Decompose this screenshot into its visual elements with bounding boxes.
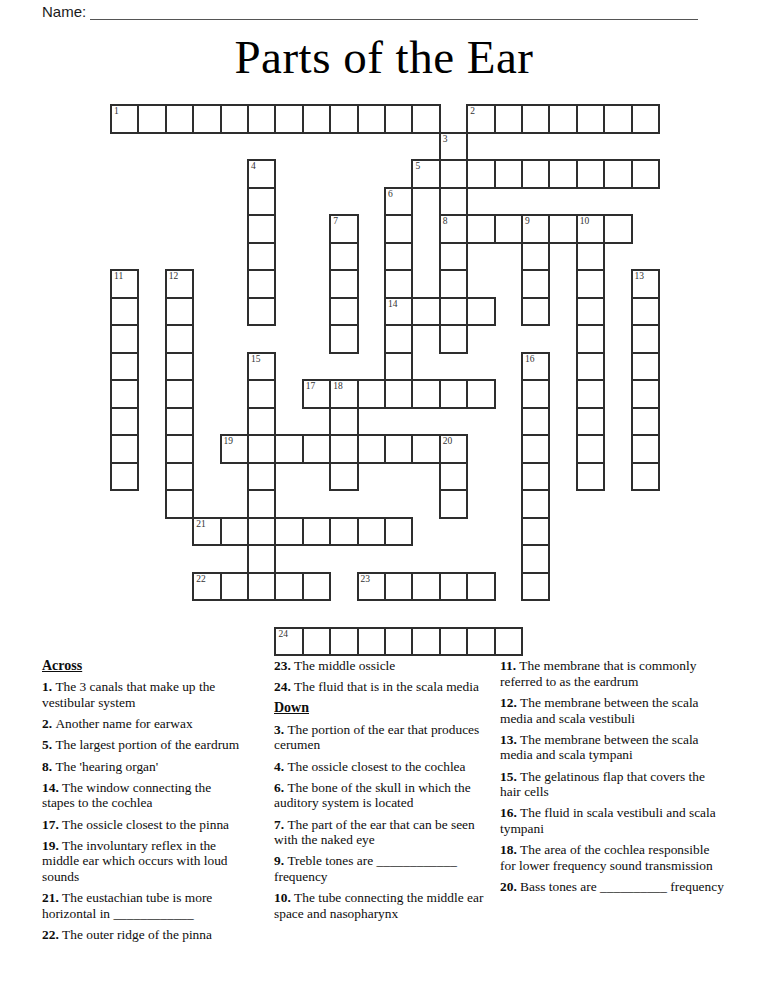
clue-across-22: 22. The outer ridge of the pinna bbox=[42, 927, 246, 943]
grid-cell-r0c14[interactable] bbox=[494, 104, 523, 134]
grid-cell-r9c10[interactable] bbox=[384, 352, 413, 382]
grid-cell-r11c19[interactable] bbox=[631, 407, 660, 437]
grid-cell-r11c0[interactable] bbox=[110, 407, 139, 437]
grid-cell-r14c5[interactable] bbox=[247, 489, 276, 519]
grid-cell-r12c15[interactable] bbox=[521, 434, 550, 464]
grid-cell-r0c18[interactable] bbox=[603, 104, 632, 134]
grid-cell-r17c15[interactable] bbox=[521, 572, 550, 602]
clue-down-10: 10. The tube connecting the middle ear s… bbox=[274, 890, 486, 921]
grid-cell-r13c0[interactable] bbox=[110, 462, 139, 492]
grid-cell-r10c5[interactable] bbox=[247, 379, 276, 409]
grid-cell-r11c8[interactable] bbox=[329, 407, 358, 437]
grid-cell-r2c11[interactable]: 5 bbox=[411, 159, 440, 189]
grid-cell-r7c13[interactable] bbox=[466, 297, 495, 327]
grid-cell-r2c12[interactable] bbox=[439, 159, 468, 189]
grid-cell-r5c15[interactable] bbox=[521, 242, 550, 272]
grid-cell-r8c17[interactable] bbox=[576, 324, 605, 354]
cell-number-4: 4 bbox=[251, 161, 256, 171]
grid-cell-r17c9[interactable]: 23 bbox=[357, 572, 386, 602]
grid-cell-r12c5[interactable] bbox=[247, 434, 276, 464]
clue-across-19: 19. The involuntary reflex in the middle… bbox=[42, 838, 246, 885]
grid-cell-r4c8[interactable]: 7 bbox=[329, 214, 358, 244]
clue-number: 7. bbox=[274, 817, 287, 832]
clue-across-24: 24. The fluid that is in the scala media bbox=[274, 679, 486, 695]
grid-cell-r6c0[interactable]: 11 bbox=[110, 269, 139, 299]
grid-cell-r13c15[interactable] bbox=[521, 462, 550, 492]
grid-cell-r12c17[interactable] bbox=[576, 434, 605, 464]
grid-cell-r7c11[interactable] bbox=[411, 297, 440, 327]
clue-number: 1. bbox=[42, 679, 55, 694]
grid-cell-r0c16[interactable] bbox=[548, 104, 577, 134]
grid-cell-r8c10[interactable] bbox=[384, 324, 413, 354]
grid-cell-r6c17[interactable] bbox=[576, 269, 605, 299]
cell-number-9: 9 bbox=[525, 216, 530, 226]
grid-cell-r10c2[interactable] bbox=[165, 379, 194, 409]
grid-cell-r6c8[interactable] bbox=[329, 269, 358, 299]
grid-cell-r10c10[interactable] bbox=[384, 379, 413, 409]
grid-cell-r12c8[interactable] bbox=[329, 434, 358, 464]
grid-cell-r17c10[interactable] bbox=[384, 572, 413, 602]
name-row: Name: bbox=[42, 2, 702, 24]
grid-cell-r10c7[interactable]: 17 bbox=[302, 379, 331, 409]
grid-cell-r7c2[interactable] bbox=[165, 297, 194, 327]
clue-down-4: 4. The ossicle closest to the cochlea bbox=[274, 759, 486, 775]
grid-cell-r16c5[interactable] bbox=[247, 544, 276, 574]
cell-number-24: 24 bbox=[278, 629, 288, 639]
grid-cell-r9c15[interactable]: 16 bbox=[521, 352, 550, 382]
cell-number-17: 17 bbox=[306, 381, 316, 391]
clue-number: 3. bbox=[274, 722, 287, 737]
clue-number: 13. bbox=[500, 732, 520, 747]
grid-cell-r0c9[interactable] bbox=[357, 104, 386, 134]
grid-cell-r12c0[interactable] bbox=[110, 434, 139, 464]
cell-number-13: 13 bbox=[635, 271, 645, 281]
grid-cell-r10c0[interactable] bbox=[110, 379, 139, 409]
grid-cell-r15c8[interactable] bbox=[329, 517, 358, 547]
clue-number: 14. bbox=[42, 780, 62, 795]
clue-down-20: 20. Bass tones are __________ frequency bbox=[500, 879, 728, 895]
clue-number: 2. bbox=[42, 716, 55, 731]
grid-cell-r19c12[interactable] bbox=[439, 627, 468, 657]
grid-cell-r6c5[interactable] bbox=[247, 269, 276, 299]
grid-cell-r0c13[interactable]: 2 bbox=[466, 104, 495, 134]
cell-number-19: 19 bbox=[224, 436, 234, 446]
grid-cell-r2c16[interactable] bbox=[548, 159, 577, 189]
grid-cell-r5c17[interactable] bbox=[576, 242, 605, 272]
grid-cell-r7c19[interactable] bbox=[631, 297, 660, 327]
grid-cell-r4c13[interactable] bbox=[466, 214, 495, 244]
grid-cell-r6c12[interactable] bbox=[439, 269, 468, 299]
clue-column-1: Across1. The 3 canals that make up the v… bbox=[42, 658, 246, 948]
grid-cell-r8c2[interactable] bbox=[165, 324, 194, 354]
clue-down-9: 9. Treble tones are ____________ frequen… bbox=[274, 853, 486, 884]
grid-cell-r10c13[interactable] bbox=[466, 379, 495, 409]
grid-cell-r9c2[interactable] bbox=[165, 352, 194, 382]
cell-number-10: 10 bbox=[580, 216, 590, 226]
grid-cell-r3c10[interactable]: 6 bbox=[384, 187, 413, 217]
clue-number: 22. bbox=[42, 927, 62, 942]
grid-cell-r10c12[interactable] bbox=[439, 379, 468, 409]
grid-cell-r10c17[interactable] bbox=[576, 379, 605, 409]
cell-number-23: 23 bbox=[361, 574, 371, 584]
cell-number-22: 22 bbox=[196, 574, 206, 584]
grid-cell-r2c18[interactable] bbox=[603, 159, 632, 189]
grid-cell-r19c8[interactable] bbox=[329, 627, 358, 657]
grid-cell-r4c16[interactable] bbox=[548, 214, 577, 244]
grid-cell-r0c2[interactable] bbox=[165, 104, 194, 134]
grid-cell-r17c4[interactable] bbox=[220, 572, 249, 602]
worksheet-page: Name: Parts of the Ear 12345678910111213… bbox=[0, 0, 768, 994]
grid-cell-r2c19[interactable] bbox=[631, 159, 660, 189]
name-fill-line[interactable] bbox=[90, 2, 698, 20]
grid-cell-r9c0[interactable] bbox=[110, 352, 139, 382]
clue-number: 6. bbox=[274, 780, 287, 795]
clue-down-18: 18. The area of the cochlea responsible … bbox=[500, 842, 728, 873]
grid-cell-r15c3[interactable]: 21 bbox=[192, 517, 221, 547]
grid-cell-r9c5[interactable]: 15 bbox=[247, 352, 276, 382]
clue-number: 23. bbox=[274, 658, 294, 673]
grid-cell-r19c10[interactable] bbox=[384, 627, 413, 657]
grid-cell-r4c18[interactable] bbox=[603, 214, 632, 244]
grid-cell-r9c19[interactable] bbox=[631, 352, 660, 382]
cell-number-12: 12 bbox=[169, 271, 179, 281]
clue-number: 11. bbox=[500, 658, 519, 673]
cell-number-2: 2 bbox=[470, 106, 475, 116]
grid-cell-r10c11[interactable] bbox=[411, 379, 440, 409]
grid-cell-r15c9[interactable] bbox=[357, 517, 386, 547]
grid-cell-r13c8[interactable] bbox=[329, 462, 358, 492]
cell-number-18: 18 bbox=[333, 381, 343, 391]
cell-number-21: 21 bbox=[196, 519, 206, 529]
grid-cell-r12c4[interactable]: 19 bbox=[220, 434, 249, 464]
grid-cell-r2c13[interactable] bbox=[466, 159, 495, 189]
clue-number: 24. bbox=[274, 679, 294, 694]
cell-number-14: 14 bbox=[388, 299, 398, 309]
grid-cell-r1c12[interactable]: 3 bbox=[439, 132, 468, 162]
grid-cell-r7c5[interactable] bbox=[247, 297, 276, 327]
grid-cell-r3c5[interactable] bbox=[247, 187, 276, 217]
grid-cell-r9c17[interactable] bbox=[576, 352, 605, 382]
clue-across-21: 21. The eustachian tube is more horizont… bbox=[42, 890, 246, 921]
grid-cell-r4c5[interactable] bbox=[247, 214, 276, 244]
clue-across-1: 1. The 3 canals that make up the vestibu… bbox=[42, 679, 246, 710]
clue-across-5: 5. The largest portion of the eardrum bbox=[42, 737, 246, 753]
clue-across-14: 14. The window connecting the stapes to … bbox=[42, 780, 246, 811]
grid-cell-r0c0[interactable]: 1 bbox=[110, 104, 139, 134]
grid-cell-r6c2[interactable]: 12 bbox=[165, 269, 194, 299]
grid-cell-r11c17[interactable] bbox=[576, 407, 605, 437]
grid-cell-r17c12[interactable] bbox=[439, 572, 468, 602]
grid-cell-r10c19[interactable] bbox=[631, 379, 660, 409]
clue-down-12: 12. The membrane between the scala media… bbox=[500, 695, 728, 726]
grid-cell-r8c8[interactable] bbox=[329, 324, 358, 354]
grid-cell-r11c5[interactable] bbox=[247, 407, 276, 437]
grid-cell-r17c3[interactable]: 22 bbox=[192, 572, 221, 602]
cell-number-15: 15 bbox=[251, 354, 261, 364]
grid-cell-r2c14[interactable] bbox=[494, 159, 523, 189]
grid-cell-r7c8[interactable] bbox=[329, 297, 358, 327]
grid-cell-r13c12[interactable] bbox=[439, 462, 468, 492]
grid-cell-r0c5[interactable] bbox=[247, 104, 276, 134]
grid-cell-r15c10[interactable] bbox=[384, 517, 413, 547]
grid-cell-r14c2[interactable] bbox=[165, 489, 194, 519]
grid-cell-r7c10[interactable]: 14 bbox=[384, 297, 413, 327]
cell-number-11: 11 bbox=[114, 271, 123, 281]
cell-number-3: 3 bbox=[443, 134, 448, 144]
grid-cell-r4c12[interactable]: 8 bbox=[439, 214, 468, 244]
grid-cell-r12c2[interactable] bbox=[165, 434, 194, 464]
across-heading: Across bbox=[42, 658, 246, 674]
grid-cell-r19c7[interactable] bbox=[302, 627, 331, 657]
crossword-grid: 123456789101112131415161718192021222324 bbox=[110, 104, 660, 656]
grid-cell-r13c19[interactable] bbox=[631, 462, 660, 492]
clue-number: 9. bbox=[274, 853, 287, 868]
clue-down-7: 7. The part of the ear that can be seen … bbox=[274, 817, 486, 848]
grid-cell-r4c17[interactable]: 10 bbox=[576, 214, 605, 244]
grid-cell-r19c13[interactable] bbox=[466, 627, 495, 657]
clue-number: 18. bbox=[500, 842, 520, 857]
grid-cell-r12c10[interactable] bbox=[384, 434, 413, 464]
grid-cell-r5c12[interactable] bbox=[439, 242, 468, 272]
cell-number-8: 8 bbox=[443, 216, 448, 226]
grid-cell-r0c8[interactable] bbox=[329, 104, 358, 134]
clue-number: 5. bbox=[42, 737, 55, 752]
grid-cell-r17c11[interactable] bbox=[411, 572, 440, 602]
cell-number-16: 16 bbox=[525, 354, 535, 364]
grid-cell-r6c15[interactable] bbox=[521, 269, 550, 299]
grid-cell-r10c15[interactable] bbox=[521, 379, 550, 409]
grid-cell-r15c4[interactable] bbox=[220, 517, 249, 547]
clue-number: 8. bbox=[42, 759, 55, 774]
grid-cell-r0c3[interactable] bbox=[192, 104, 221, 134]
grid-cell-r12c11[interactable] bbox=[411, 434, 440, 464]
grid-cell-r12c19[interactable] bbox=[631, 434, 660, 464]
grid-cell-r11c15[interactable] bbox=[521, 407, 550, 437]
clue-number: 4. bbox=[274, 759, 287, 774]
cell-number-1: 1 bbox=[114, 106, 119, 116]
grid-cell-r0c7[interactable] bbox=[302, 104, 331, 134]
clue-number: 20. bbox=[500, 879, 520, 894]
grid-cell-r12c9[interactable] bbox=[357, 434, 386, 464]
grid-cell-r10c8[interactable]: 18 bbox=[329, 379, 358, 409]
clue-down-13: 13. The membrane between the scala media… bbox=[500, 732, 728, 763]
grid-cell-r17c5[interactable] bbox=[247, 572, 276, 602]
cell-number-6: 6 bbox=[388, 189, 393, 199]
grid-cell-r4c15[interactable]: 9 bbox=[521, 214, 550, 244]
grid-cell-r10c9[interactable] bbox=[357, 379, 386, 409]
grid-cell-r8c19[interactable] bbox=[631, 324, 660, 354]
grid-cell-r12c7[interactable] bbox=[302, 434, 331, 464]
clue-column-2: 23. The middle ossicle24. The fluid that… bbox=[274, 658, 486, 927]
clue-across-8: 8. The 'hearing organ' bbox=[42, 759, 246, 775]
grid-cell-r7c0[interactable] bbox=[110, 297, 139, 327]
grid-cell-r19c14[interactable] bbox=[494, 627, 523, 657]
grid-cell-r4c14[interactable] bbox=[494, 214, 523, 244]
grid-cell-r8c0[interactable] bbox=[110, 324, 139, 354]
clue-down-16: 16. The fluid in scala vestibuli and sca… bbox=[500, 805, 728, 836]
clue-across-17: 17. The ossicle closest to the pinna bbox=[42, 817, 246, 833]
grid-cell-r15c6[interactable] bbox=[274, 517, 303, 547]
grid-cell-r14c15[interactable] bbox=[521, 489, 550, 519]
grid-cell-r16c15[interactable] bbox=[521, 544, 550, 574]
grid-cell-r0c15[interactable] bbox=[521, 104, 550, 134]
grid-cell-r14c12[interactable] bbox=[439, 489, 468, 519]
down-heading: Down bbox=[274, 700, 486, 716]
grid-cell-r15c5[interactable] bbox=[247, 517, 276, 547]
grid-cell-r7c15[interactable] bbox=[521, 297, 550, 327]
grid-cell-r8c12[interactable] bbox=[439, 324, 468, 354]
clue-number: 15. bbox=[500, 769, 520, 784]
grid-cell-r19c9[interactable] bbox=[357, 627, 386, 657]
clue-number: 12. bbox=[500, 695, 520, 710]
grid-cell-r19c11[interactable] bbox=[411, 627, 440, 657]
grid-cell-r5c8[interactable] bbox=[329, 242, 358, 272]
grid-cell-r6c10[interactable] bbox=[384, 269, 413, 299]
clue-across-2: 2. Another name for earwax bbox=[42, 716, 246, 732]
grid-cell-r0c11[interactable] bbox=[411, 104, 440, 134]
grid-cell-r11c2[interactable] bbox=[165, 407, 194, 437]
grid-cell-r0c19[interactable] bbox=[631, 104, 660, 134]
clue-number: 19. bbox=[42, 838, 62, 853]
clue-number: 17. bbox=[42, 817, 62, 832]
cell-number-7: 7 bbox=[333, 216, 338, 226]
cell-number-5: 5 bbox=[415, 161, 420, 171]
grid-cell-r13c2[interactable] bbox=[165, 462, 194, 492]
grid-cell-r0c6[interactable] bbox=[274, 104, 303, 134]
grid-cell-r0c17[interactable] bbox=[576, 104, 605, 134]
cell-number-20: 20 bbox=[443, 436, 453, 446]
clue-column-3: 11. The membrane that is commonly referr… bbox=[500, 658, 728, 900]
grid-cell-r4c10[interactable] bbox=[384, 214, 413, 244]
grid-cell-r15c15[interactable] bbox=[521, 517, 550, 547]
grid-cell-r17c13[interactable] bbox=[466, 572, 495, 602]
grid-cell-r5c10[interactable] bbox=[384, 242, 413, 272]
grid-cell-r5c5[interactable] bbox=[247, 242, 276, 272]
clue-number: 21. bbox=[42, 890, 62, 905]
grid-cell-r19c6[interactable]: 24 bbox=[274, 627, 303, 657]
clue-number: 10. bbox=[274, 890, 294, 905]
grid-cell-r6c19[interactable]: 13 bbox=[631, 269, 660, 299]
grid-cell-r7c12[interactable] bbox=[439, 297, 468, 327]
clue-down-15: 15. The gelatinous flap that covers the … bbox=[500, 769, 728, 800]
grid-cell-r0c4[interactable] bbox=[220, 104, 249, 134]
clue-down-11: 11. The membrane that is commonly referr… bbox=[500, 658, 728, 689]
grid-cell-r2c5[interactable]: 4 bbox=[247, 159, 276, 189]
grid-cell-r3c12[interactable] bbox=[439, 187, 468, 217]
grid-cell-r13c17[interactable] bbox=[576, 462, 605, 492]
grid-cell-r15c7[interactable] bbox=[302, 517, 331, 547]
grid-cell-r2c17[interactable] bbox=[576, 159, 605, 189]
clue-down-6: 6. The bone of the skull in which the au… bbox=[274, 780, 486, 811]
grid-cell-r12c12[interactable]: 20 bbox=[439, 434, 468, 464]
clue-number: 16. bbox=[500, 805, 520, 820]
grid-cell-r0c10[interactable] bbox=[384, 104, 413, 134]
grid-cell-r0c1[interactable] bbox=[137, 104, 166, 134]
grid-cell-r13c5[interactable] bbox=[247, 462, 276, 492]
clue-across-23: 23. The middle ossicle bbox=[274, 658, 486, 674]
grid-cell-r12c6[interactable] bbox=[274, 434, 303, 464]
grid-cell-r17c7[interactable] bbox=[302, 572, 331, 602]
grid-cell-r2c15[interactable] bbox=[521, 159, 550, 189]
grid-cell-r17c6[interactable] bbox=[274, 572, 303, 602]
clue-down-3: 3. The portion of the ear that produces … bbox=[274, 722, 486, 753]
page-title: Parts of the Ear bbox=[0, 30, 768, 84]
name-label: Name: bbox=[42, 3, 86, 20]
grid-cell-r7c17[interactable] bbox=[576, 297, 605, 327]
